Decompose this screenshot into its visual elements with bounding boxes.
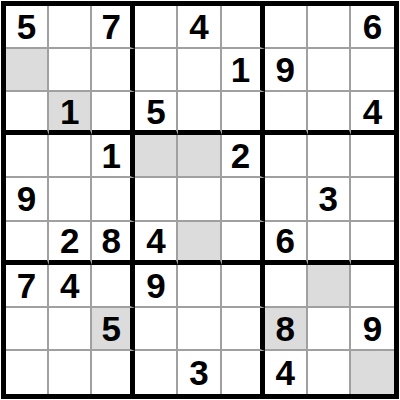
cell-r7c5[interactable] xyxy=(178,265,221,308)
sudoku-board: 5746191541293284674958934 xyxy=(1,1,399,399)
cell-r2c7[interactable]: 9 xyxy=(265,49,308,92)
cell-r6c3[interactable]: 8 xyxy=(92,222,135,265)
cell-r8c2[interactable] xyxy=(49,308,92,351)
cell-r5c6[interactable] xyxy=(222,178,265,221)
cell-r6c8[interactable] xyxy=(308,222,351,265)
cell-r4c9[interactable] xyxy=(351,135,394,178)
cell-r3c3[interactable] xyxy=(92,92,135,135)
cell-r9c3[interactable] xyxy=(92,351,135,394)
cell-r9c1[interactable] xyxy=(6,351,49,394)
cell-r8c6[interactable] xyxy=(222,308,265,351)
cell-r4c4[interactable] xyxy=(135,135,178,178)
cell-r3c5[interactable] xyxy=(178,92,221,135)
cell-r4c3[interactable]: 1 xyxy=(92,135,135,178)
cell-r1c4[interactable] xyxy=(135,6,178,49)
cell-r5c2[interactable] xyxy=(49,178,92,221)
cell-r5c4[interactable] xyxy=(135,178,178,221)
cell-r3c8[interactable] xyxy=(308,92,351,135)
cell-r2c1[interactable] xyxy=(6,49,49,92)
cell-r9c2[interactable] xyxy=(49,351,92,394)
cell-r9c4[interactable] xyxy=(135,351,178,394)
cell-r7c3[interactable] xyxy=(92,265,135,308)
cell-r7c7[interactable] xyxy=(265,265,308,308)
cell-r3c1[interactable] xyxy=(6,92,49,135)
cell-r4c2[interactable] xyxy=(49,135,92,178)
cell-r2c4[interactable] xyxy=(135,49,178,92)
cell-r4c5[interactable] xyxy=(178,135,221,178)
cell-r1c1[interactable]: 5 xyxy=(6,6,49,49)
cell-r7c6[interactable] xyxy=(222,265,265,308)
cell-r2c2[interactable] xyxy=(49,49,92,92)
cell-r6c5[interactable] xyxy=(178,222,221,265)
cell-r1c3[interactable]: 7 xyxy=(92,6,135,49)
cell-r3c4[interactable]: 5 xyxy=(135,92,178,135)
cell-r2c9[interactable] xyxy=(351,49,394,92)
cell-r1c8[interactable] xyxy=(308,6,351,49)
cell-r7c9[interactable] xyxy=(351,265,394,308)
cell-r3c6[interactable] xyxy=(222,92,265,135)
cell-r4c1[interactable] xyxy=(6,135,49,178)
cell-r8c9[interactable]: 9 xyxy=(351,308,394,351)
cell-r6c2[interactable]: 2 xyxy=(49,222,92,265)
cell-r8c1[interactable] xyxy=(6,308,49,351)
cell-r8c7[interactable]: 8 xyxy=(265,308,308,351)
cell-r1c6[interactable] xyxy=(222,6,265,49)
cell-r2c5[interactable] xyxy=(178,49,221,92)
cell-r2c8[interactable] xyxy=(308,49,351,92)
cell-r6c9[interactable] xyxy=(351,222,394,265)
cell-r3c9[interactable]: 4 xyxy=(351,92,394,135)
cell-r5c7[interactable] xyxy=(265,178,308,221)
cell-r9c9[interactable] xyxy=(351,351,394,394)
cell-r9c8[interactable] xyxy=(308,351,351,394)
cell-r7c1[interactable]: 7 xyxy=(6,265,49,308)
cell-r4c8[interactable] xyxy=(308,135,351,178)
cell-r8c8[interactable] xyxy=(308,308,351,351)
cell-r1c9[interactable]: 6 xyxy=(351,6,394,49)
cell-r1c2[interactable] xyxy=(49,6,92,49)
cell-r9c7[interactable]: 4 xyxy=(265,351,308,394)
cell-r5c3[interactable] xyxy=(92,178,135,221)
cell-r2c6[interactable]: 1 xyxy=(222,49,265,92)
cell-r8c4[interactable] xyxy=(135,308,178,351)
cell-r3c2[interactable]: 1 xyxy=(49,92,92,135)
cell-r6c6[interactable] xyxy=(222,222,265,265)
cell-r1c5[interactable]: 4 xyxy=(178,6,221,49)
cell-r6c4[interactable]: 4 xyxy=(135,222,178,265)
cell-r5c9[interactable] xyxy=(351,178,394,221)
cell-r1c7[interactable] xyxy=(265,6,308,49)
cell-r6c1[interactable] xyxy=(6,222,49,265)
cell-r7c4[interactable]: 9 xyxy=(135,265,178,308)
cell-r9c5[interactable]: 3 xyxy=(178,351,221,394)
cell-r3c7[interactable] xyxy=(265,92,308,135)
cell-r6c7[interactable]: 6 xyxy=(265,222,308,265)
cell-r8c5[interactable] xyxy=(178,308,221,351)
cell-r4c7[interactable] xyxy=(265,135,308,178)
cell-r7c2[interactable]: 4 xyxy=(49,265,92,308)
cell-r5c5[interactable] xyxy=(178,178,221,221)
cell-r8c3[interactable]: 5 xyxy=(92,308,135,351)
cell-r5c8[interactable]: 3 xyxy=(308,178,351,221)
cell-r9c6[interactable] xyxy=(222,351,265,394)
cell-r2c3[interactable] xyxy=(92,49,135,92)
cell-r5c1[interactable]: 9 xyxy=(6,178,49,221)
cell-r7c8[interactable] xyxy=(308,265,351,308)
cell-r4c6[interactable]: 2 xyxy=(222,135,265,178)
